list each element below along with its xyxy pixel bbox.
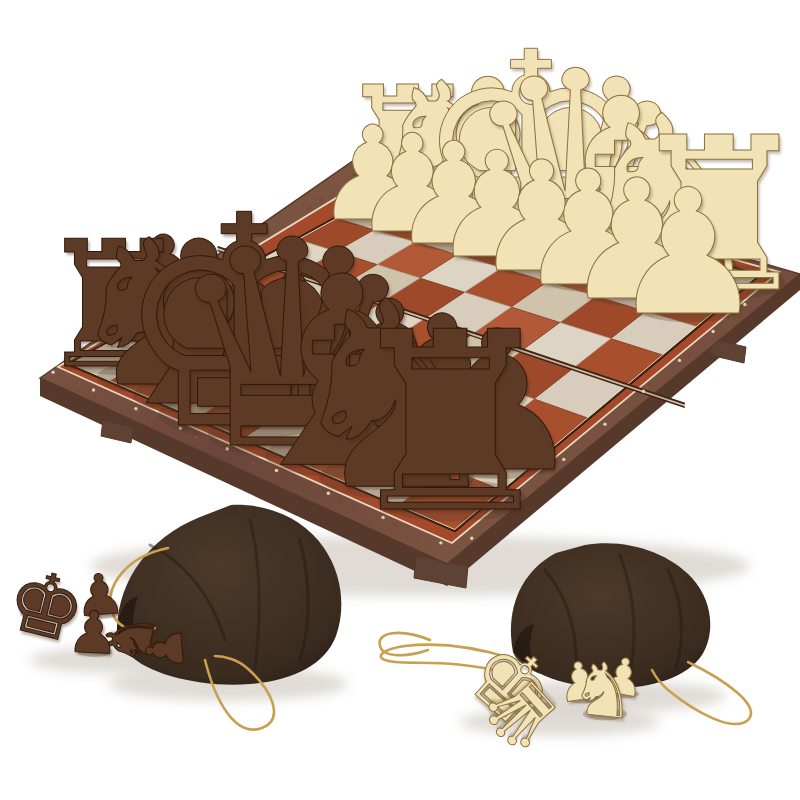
border-dot [134,407,137,410]
loose-dark-knight-3-shadow [119,635,156,646]
frame-mottle [78,383,81,386]
frame-mottle [711,334,713,336]
loose-white-pawn-3-shadow [567,695,598,704]
frame-mottle [393,522,398,527]
border-dot [439,541,442,544]
white-pawn-a2-shadow [638,293,742,322]
border-dot [711,330,714,333]
border-dot [678,359,681,362]
border-dot [327,492,330,495]
frame-mottle [365,166,370,171]
frame-mottle [352,505,356,509]
frame-mottle [194,436,197,439]
frame-mottle [646,386,649,389]
loose-white-knight-2-shadow [583,708,627,721]
frame-mottle [150,417,153,420]
frame-mottle [319,198,324,203]
frame-mottle [106,398,108,400]
border-dot [275,469,278,472]
product-photo: ♜♞♟♝♟♚♟♛♟♝♟♞♟♜♟♟♟♟♜♟♞♟♝♟♚♟♛♟♝♟♞♜♚♟♟♞♟♚♛♞… [0,0,800,800]
frame-mottle [437,550,439,552]
frame-mottle [280,472,285,477]
frame-mottle [661,376,663,378]
frame-mottle [447,546,451,550]
border-dot [562,458,565,461]
board-and-bags-illustration [0,0,800,800]
border-dot [92,388,95,391]
border-dot [51,370,54,373]
loose-white-king-0-shadow [479,684,534,700]
drawstring-cord [381,645,516,673]
frame-mottle [249,242,252,245]
border-dot [642,390,645,393]
frame-mottle [295,479,299,483]
frame-mottle [611,418,613,420]
frame-mottle [696,345,699,348]
frame-mottle [307,206,312,211]
frame-mottle [378,524,380,526]
frame-mottle [353,173,358,178]
frame-mottle [270,226,272,228]
dark-rook-a8-shadow [378,479,527,521]
frame-mottle [252,461,256,465]
right-loose-pieces-shadow [460,708,660,736]
border-dot [603,422,606,425]
frame-mottle [237,454,241,458]
loose-dark-pawn-2-shadow [78,647,113,657]
frame-mottle [421,542,424,545]
border-dot [743,303,746,306]
frame-mottle [283,218,286,221]
frame-mottle [322,489,327,494]
loose-white-pawn-4-shadow [609,690,639,699]
border-dot [470,537,473,540]
frame-mottle [223,259,225,261]
frame-mottle [371,156,373,158]
loose-dark-pawn-4-shadow [157,646,187,655]
loose-dark-pawn-1-shadow [85,609,119,619]
frame-mottle [337,497,342,502]
loose-dark-king-0-shadow [20,607,72,622]
border-dot [381,516,384,519]
loose-white-queen-1-shadow [505,701,555,715]
